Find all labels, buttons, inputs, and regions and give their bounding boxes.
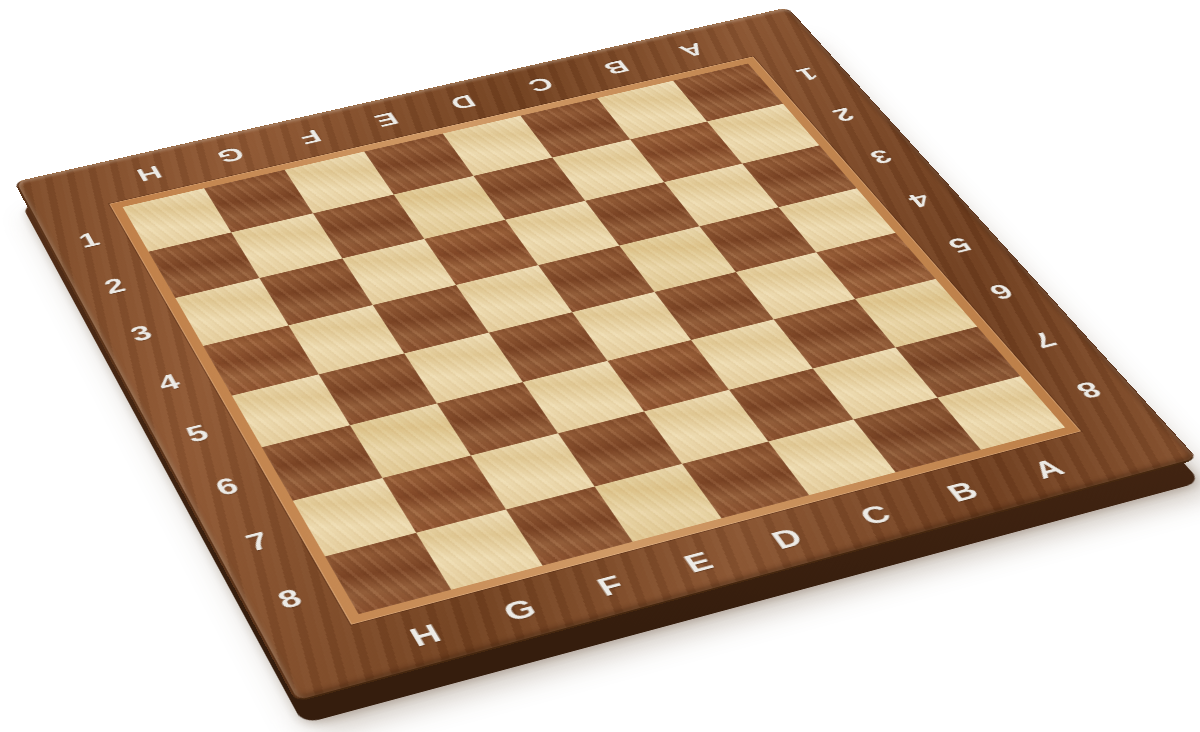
coord-label-top-h: H: [133, 162, 166, 184]
coord-label-bottom-f: F: [592, 572, 629, 600]
coord-label-bottom-d: D: [767, 524, 808, 552]
coord-label-bottom-e: E: [679, 548, 718, 576]
coord-label-right-1: 1: [793, 64, 823, 83]
coord-label-left-5: 5: [182, 421, 212, 446]
coord-label-bottom-c: C: [855, 501, 896, 529]
coord-label-right-4: 4: [904, 189, 936, 210]
coord-label-right-5: 5: [944, 234, 977, 256]
coord-label-top-b: B: [600, 57, 634, 77]
coord-label-top-g: G: [214, 144, 248, 166]
coord-label-bottom-g: G: [498, 595, 540, 625]
coord-label-left-1: 1: [75, 229, 103, 251]
coord-label-top-c: C: [523, 74, 556, 94]
coord-label-top-e: E: [370, 109, 401, 130]
coord-label-bottom-a: A: [1028, 455, 1070, 482]
coord-label-bottom-h: H: [405, 620, 445, 650]
coord-label-right-7: 7: [1027, 328, 1061, 352]
coord-label-left-7: 7: [242, 528, 274, 555]
coord-label-bottom-b: B: [942, 478, 983, 506]
coord-label-top-d: D: [447, 92, 480, 113]
coord-label-right-2: 2: [828, 104, 859, 124]
coord-label-left-6: 6: [211, 474, 242, 500]
coord-label-right-8: 8: [1071, 377, 1106, 401]
coord-label-right-6: 6: [985, 280, 1019, 303]
coord-label-left-3: 3: [127, 322, 156, 345]
coord-label-left-2: 2: [100, 275, 128, 297]
coord-label-left-4: 4: [154, 371, 184, 395]
coord-label-top-a: A: [675, 40, 709, 60]
board-photo: HGFEDCBA HGFEDCBA 12345678 12345678: [0, 0, 1200, 732]
coord-label-left-8: 8: [273, 585, 306, 613]
coord-label-top-f: F: [295, 127, 325, 147]
chess-board: HGFEDCBA HGFEDCBA 12345678 12345678: [14, 7, 1198, 702]
coord-label-right-3: 3: [866, 146, 897, 166]
